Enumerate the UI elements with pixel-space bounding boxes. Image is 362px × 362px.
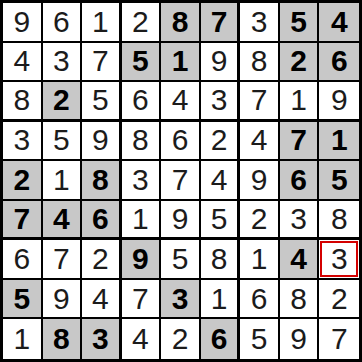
cell-r3c4[interactable]: 6 <box>122 82 162 122</box>
cell-r2c8[interactable]: 2 <box>280 43 320 83</box>
cell-r8c9[interactable]: 2 <box>319 280 359 320</box>
cell-r8c2[interactable]: 9 <box>43 280 83 320</box>
cell-r2c7[interactable]: 8 <box>240 43 280 83</box>
cell-r5c7[interactable]: 9 <box>240 161 280 201</box>
sudoku-board: 9612873544375198268256437193598624712183… <box>0 0 362 362</box>
cell-r6c7[interactable]: 2 <box>240 201 280 241</box>
cell-r4c6[interactable]: 2 <box>201 122 241 162</box>
cell-r4c2[interactable]: 5 <box>43 122 83 162</box>
cell-r2c2[interactable]: 3 <box>43 43 83 83</box>
cell-r6c8[interactable]: 3 <box>280 201 320 241</box>
cell-r5c5[interactable]: 7 <box>161 161 201 201</box>
cell-r3c2[interactable]: 2 <box>43 82 83 122</box>
cell-r8c7[interactable]: 6 <box>240 280 280 320</box>
cell-r8c3[interactable]: 4 <box>82 280 122 320</box>
cell-r1c6[interactable]: 7 <box>201 3 241 43</box>
cell-r7c6[interactable]: 8 <box>201 240 241 280</box>
cell-r4c1[interactable]: 3 <box>3 122 43 162</box>
cell-r6c4[interactable]: 1 <box>122 201 162 241</box>
cell-r7c5[interactable]: 5 <box>161 240 201 280</box>
cell-r9c4[interactable]: 4 <box>122 319 162 359</box>
cell-r5c6[interactable]: 4 <box>201 161 241 201</box>
cell-r6c5[interactable]: 9 <box>161 201 201 241</box>
cell-r3c8[interactable]: 1 <box>280 82 320 122</box>
cell-r3c7[interactable]: 7 <box>240 82 280 122</box>
cell-r9c7[interactable]: 5 <box>240 319 280 359</box>
cell-r4c5[interactable]: 6 <box>161 122 201 162</box>
cell-r7c1[interactable]: 6 <box>3 240 43 280</box>
cell-r2c1[interactable]: 4 <box>3 43 43 83</box>
cell-r9c9[interactable]: 7 <box>319 319 359 359</box>
cell-r1c5[interactable]: 8 <box>161 3 201 43</box>
cell-r4c4[interactable]: 8 <box>122 122 162 162</box>
cell-r9c6[interactable]: 6 <box>201 319 241 359</box>
cell-r9c8[interactable]: 9 <box>280 319 320 359</box>
cell-r2c5[interactable]: 1 <box>161 43 201 83</box>
cell-r4c7[interactable]: 4 <box>240 122 280 162</box>
cell-r7c3[interactable]: 2 <box>82 240 122 280</box>
cell-r7c7[interactable]: 1 <box>240 240 280 280</box>
cell-r7c4[interactable]: 9 <box>122 240 162 280</box>
cell-r9c1[interactable]: 1 <box>3 319 43 359</box>
cell-r9c5[interactable]: 2 <box>161 319 201 359</box>
cell-r5c8[interactable]: 6 <box>280 161 320 201</box>
cell-r6c2[interactable]: 4 <box>43 201 83 241</box>
cell-r8c6[interactable]: 1 <box>201 280 241 320</box>
cell-r3c6[interactable]: 3 <box>201 82 241 122</box>
cell-r5c1[interactable]: 2 <box>3 161 43 201</box>
cell-r8c5[interactable]: 3 <box>161 280 201 320</box>
cell-r1c4[interactable]: 2 <box>122 3 162 43</box>
cell-r2c6[interactable]: 9 <box>201 43 241 83</box>
cell-r7c8[interactable]: 4 <box>280 240 320 280</box>
cell-r4c8[interactable]: 7 <box>280 122 320 162</box>
cell-r7c9[interactable]: 3 <box>319 240 359 280</box>
cell-r1c3[interactable]: 1 <box>82 3 122 43</box>
cell-r9c2[interactable]: 8 <box>43 319 83 359</box>
cell-r3c1[interactable]: 8 <box>3 82 43 122</box>
cell-r6c3[interactable]: 6 <box>82 201 122 241</box>
cell-r1c9[interactable]: 4 <box>319 3 359 43</box>
cell-r8c8[interactable]: 8 <box>280 280 320 320</box>
cell-r2c3[interactable]: 7 <box>82 43 122 83</box>
cell-r1c7[interactable]: 3 <box>240 3 280 43</box>
cell-r1c8[interactable]: 5 <box>280 3 320 43</box>
cell-r6c6[interactable]: 5 <box>201 201 241 241</box>
cell-r8c4[interactable]: 7 <box>122 280 162 320</box>
cell-r6c9[interactable]: 8 <box>319 201 359 241</box>
cell-r2c4[interactable]: 5 <box>122 43 162 83</box>
cell-r7c2[interactable]: 7 <box>43 240 83 280</box>
cell-r4c9[interactable]: 1 <box>319 122 359 162</box>
cell-r8c1[interactable]: 5 <box>3 280 43 320</box>
cell-r3c9[interactable]: 9 <box>319 82 359 122</box>
cell-r5c9[interactable]: 5 <box>319 161 359 201</box>
cell-r4c3[interactable]: 9 <box>82 122 122 162</box>
cell-r1c1[interactable]: 9 <box>3 3 43 43</box>
cell-r5c3[interactable]: 8 <box>82 161 122 201</box>
cell-r5c4[interactable]: 3 <box>122 161 162 201</box>
cell-r6c1[interactable]: 7 <box>3 201 43 241</box>
cell-r1c2[interactable]: 6 <box>43 3 83 43</box>
cell-r5c2[interactable]: 1 <box>43 161 83 201</box>
cell-r3c3[interactable]: 5 <box>82 82 122 122</box>
cell-r9c3[interactable]: 3 <box>82 319 122 359</box>
cell-r3c5[interactable]: 4 <box>161 82 201 122</box>
cell-r2c9[interactable]: 6 <box>319 43 359 83</box>
